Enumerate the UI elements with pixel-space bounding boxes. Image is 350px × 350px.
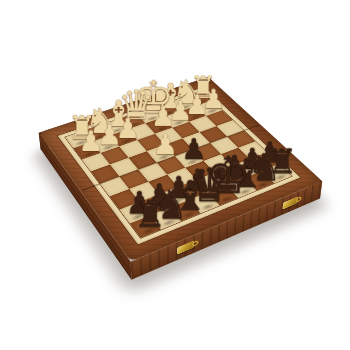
piece-contact-shadow — [180, 210, 198, 220]
folding-chess-box: ♜♞♝♛♚♝♞♜♟♟♟♟♟♟♟♟♟♟♟♟♟♟♟♟♜♞♝♛♚♝♞♜ — [39, 77, 322, 262]
piece-contact-shadow — [272, 173, 289, 182]
square-c4 — [182, 132, 210, 149]
piece-contact-shadow — [199, 202, 216, 212]
piece-contact-shadow — [255, 180, 272, 189]
box-top: ♜♞♝♛♚♝♞♜♟♟♟♟♟♟♟♟♟♟♟♟♟♟♟♟♜♞♝♛♚♝♞♜ — [39, 77, 322, 262]
product-photo: ♜♞♝♛♚♝♞♜♟♟♟♟♟♟♟♟♟♟♟♟♟♟♟♟♜♞♝♛♚♝♞♜ — [0, 0, 350, 350]
chess-set-scene: ♜♞♝♛♚♝♞♜♟♟♟♟♟♟♟♟♟♟♟♟♟♟♟♟♜♞♝♛♚♝♞♜ — [0, 0, 350, 350]
piece-contact-shadow — [160, 217, 178, 227]
piece-contact-shadow — [140, 226, 158, 237]
piece-contact-shadow — [237, 187, 254, 196]
